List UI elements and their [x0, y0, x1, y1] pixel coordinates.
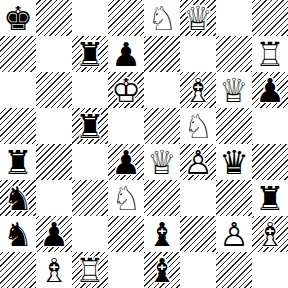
square-d7[interactable]: ♟♟ [108, 36, 144, 72]
black-queen-underlay: ♛ [219, 146, 249, 179]
square-f6[interactable]: ♝♗ [180, 72, 216, 108]
white-queen-icon: ♕ [219, 74, 249, 107]
square-b5[interactable] [36, 108, 72, 144]
square-d4[interactable]: ♟♟ [108, 144, 144, 180]
square-h3[interactable]: ♜♜ [252, 180, 288, 216]
black-rook-underlay: ♜ [255, 182, 285, 215]
square-f5[interactable]: ♞♘ [180, 108, 216, 144]
square-h4[interactable] [252, 144, 288, 180]
square-c6[interactable] [72, 72, 108, 108]
black-knight-icon: ♞ [3, 218, 33, 251]
white-knight-icon: ♘ [183, 110, 213, 143]
square-f1[interactable] [180, 252, 216, 288]
square-b8[interactable] [36, 0, 72, 36]
square-h1[interactable] [252, 252, 288, 288]
square-b1[interactable]: ♝♗ [36, 252, 72, 288]
square-f7[interactable] [180, 36, 216, 72]
white-knight-underlay: ♞ [183, 110, 213, 143]
black-pawn-underlay: ♟ [255, 74, 285, 107]
white-rook-underlay: ♜ [75, 254, 105, 287]
white-pawn-underlay: ♟ [219, 218, 249, 251]
white-knight-underlay: ♞ [111, 182, 141, 215]
square-d1[interactable] [108, 252, 144, 288]
black-rook-underlay: ♜ [3, 146, 33, 179]
white-rook-icon: ♖ [255, 38, 285, 71]
square-f3[interactable] [180, 180, 216, 216]
square-d2[interactable] [108, 216, 144, 252]
black-bishop-underlay: ♝ [147, 254, 177, 287]
white-king-underlay: ♚ [111, 74, 141, 107]
white-bishop-underlay: ♝ [183, 74, 213, 107]
square-e7[interactable] [144, 36, 180, 72]
square-c2[interactable] [72, 216, 108, 252]
black-pawn-icon: ♟ [111, 146, 141, 179]
square-e3[interactable] [144, 180, 180, 216]
square-a1[interactable] [0, 252, 36, 288]
black-pawn-icon: ♟ [255, 74, 285, 107]
white-bishop-underlay: ♝ [39, 254, 69, 287]
white-knight-icon: ♘ [111, 182, 141, 215]
black-rook-icon: ♜ [75, 110, 105, 143]
square-g3[interactable] [216, 180, 252, 216]
square-g4[interactable]: ♛♛ [216, 144, 252, 180]
square-c7[interactable]: ♜♜ [72, 36, 108, 72]
white-queen-icon: ♕ [147, 146, 177, 179]
white-rook-underlay: ♜ [255, 38, 285, 71]
square-h5[interactable] [252, 108, 288, 144]
square-e1[interactable]: ♝♝ [144, 252, 180, 288]
black-pawn-underlay: ♟ [39, 218, 69, 251]
white-bishop-icon: ♗ [39, 254, 69, 287]
black-pawn-icon: ♟ [39, 218, 69, 251]
black-rook-icon: ♜ [255, 182, 285, 215]
white-pawn-underlay: ♟ [183, 146, 213, 179]
black-bishop-icon: ♝ [147, 218, 177, 251]
square-c4[interactable] [72, 144, 108, 180]
square-b6[interactable] [36, 72, 72, 108]
white-knight-underlay: ♞ [147, 2, 177, 35]
black-rook-icon: ♜ [75, 38, 105, 71]
black-king-underlay: ♚ [3, 2, 33, 35]
square-e2[interactable]: ♝♝ [144, 216, 180, 252]
square-g1[interactable] [216, 252, 252, 288]
black-rook-underlay: ♜ [75, 110, 105, 143]
square-a8[interactable]: ♚♚ [0, 0, 36, 36]
square-g2[interactable]: ♟♙ [216, 216, 252, 252]
square-b4[interactable] [36, 144, 72, 180]
square-d6[interactable]: ♚♔ [108, 72, 144, 108]
white-knight-icon: ♘ [147, 2, 177, 35]
square-a2[interactable]: ♞♞ [0, 216, 36, 252]
black-bishop-underlay: ♝ [147, 218, 177, 251]
square-a3[interactable]: ♞♞ [0, 180, 36, 216]
white-queen-underlay: ♛ [147, 146, 177, 179]
square-c3[interactable] [72, 180, 108, 216]
white-queen-icon: ♕ [183, 2, 213, 35]
square-c5[interactable]: ♜♜ [72, 108, 108, 144]
white-pawn-icon: ♙ [183, 146, 213, 179]
square-g8[interactable] [216, 0, 252, 36]
square-b7[interactable] [36, 36, 72, 72]
square-f4[interactable]: ♟♙ [180, 144, 216, 180]
square-e4[interactable]: ♛♕ [144, 144, 180, 180]
white-queen-underlay: ♛ [219, 74, 249, 107]
square-e5[interactable] [144, 108, 180, 144]
square-b2[interactable]: ♟♟ [36, 216, 72, 252]
chess-board: ♚♚♞♘♛♕♜♜♟♟♜♖♚♔♝♗♛♕♟♟♜♜♞♘♜♜♟♟♛♕♟♙♛♛♞♞♞♘♜♜… [0, 0, 288, 288]
square-h7[interactable]: ♜♖ [252, 36, 288, 72]
square-e8[interactable]: ♞♘ [144, 0, 180, 36]
square-h6[interactable]: ♟♟ [252, 72, 288, 108]
black-rook-underlay: ♜ [75, 38, 105, 71]
square-a5[interactable] [0, 108, 36, 144]
black-knight-icon: ♞ [3, 182, 33, 215]
square-h8[interactable] [252, 0, 288, 36]
black-pawn-underlay: ♟ [111, 38, 141, 71]
black-queen-icon: ♛ [219, 146, 249, 179]
black-knight-underlay: ♞ [3, 182, 33, 215]
square-b3[interactable] [36, 180, 72, 216]
white-bishop-underlay: ♝ [255, 218, 285, 251]
black-pawn-icon: ♟ [111, 38, 141, 71]
square-g5[interactable] [216, 108, 252, 144]
black-pawn-underlay: ♟ [111, 146, 141, 179]
black-knight-underlay: ♞ [3, 218, 33, 251]
white-bishop-icon: ♗ [255, 218, 285, 251]
black-rook-icon: ♜ [3, 146, 33, 179]
square-a7[interactable] [0, 36, 36, 72]
square-c8[interactable] [72, 0, 108, 36]
white-rook-icon: ♖ [75, 254, 105, 287]
square-h2[interactable]: ♝♗ [252, 216, 288, 252]
square-e6[interactable] [144, 72, 180, 108]
white-king-icon: ♔ [111, 74, 141, 107]
black-king-icon: ♚ [3, 2, 33, 35]
square-g6[interactable]: ♛♕ [216, 72, 252, 108]
square-f2[interactable] [180, 216, 216, 252]
white-bishop-icon: ♗ [183, 74, 213, 107]
square-a4[interactable]: ♜♜ [0, 144, 36, 180]
square-d3[interactable]: ♞♘ [108, 180, 144, 216]
square-d8[interactable] [108, 0, 144, 36]
square-a6[interactable] [0, 72, 36, 108]
square-c1[interactable]: ♜♖ [72, 252, 108, 288]
white-pawn-icon: ♙ [219, 218, 249, 251]
white-queen-underlay: ♛ [183, 2, 213, 35]
square-f8[interactable]: ♛♕ [180, 0, 216, 36]
black-bishop-icon: ♝ [147, 254, 177, 287]
square-d5[interactable] [108, 108, 144, 144]
square-g7[interactable] [216, 36, 252, 72]
